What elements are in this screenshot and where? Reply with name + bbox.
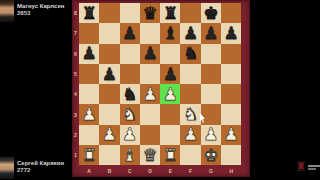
piece-white-rook-e1: ♜ bbox=[160, 145, 180, 165]
piece-white-pawn-c2: ♟ bbox=[120, 125, 140, 145]
file-label-a: A bbox=[79, 166, 99, 175]
square-b4[interactable] bbox=[99, 84, 119, 104]
piece-black-queen-d8: ♛ bbox=[140, 3, 160, 23]
player-black-name: Магнус Карлсен bbox=[17, 3, 64, 9]
piece-black-pawn-e5: ♟ bbox=[160, 64, 180, 84]
square-a1[interactable]: ♜ bbox=[79, 145, 99, 165]
piece-white-king-g1: ♚ bbox=[201, 145, 221, 165]
square-e6[interactable] bbox=[160, 44, 180, 64]
square-e1[interactable]: ♜ bbox=[160, 145, 180, 165]
piece-white-pawn-d4: ♟ bbox=[140, 84, 160, 104]
square-f5[interactable] bbox=[180, 64, 200, 84]
piece-white-knight-c3: ♞ bbox=[120, 104, 140, 124]
square-h3[interactable] bbox=[221, 104, 241, 124]
square-g2[interactable]: ♟ bbox=[201, 125, 221, 145]
piece-white-queen-d1: ♛ bbox=[140, 145, 160, 165]
square-f1[interactable] bbox=[180, 145, 200, 165]
square-a8[interactable]: ♜ bbox=[79, 3, 99, 23]
square-c4[interactable]: ♞ bbox=[120, 84, 140, 104]
piece-white-pawn-a3: ♟ bbox=[79, 104, 99, 124]
square-e4[interactable]: ♟ bbox=[160, 84, 180, 104]
file-label-b: B bbox=[99, 166, 119, 175]
square-e7[interactable]: ♝ bbox=[160, 23, 180, 43]
rank-label-4: 4 bbox=[72, 84, 79, 104]
piece-black-rook-e8: ♜ bbox=[160, 3, 180, 23]
piece-black-rook-a8: ♜ bbox=[79, 3, 99, 23]
logo-rook-icon: ♜ bbox=[295, 160, 307, 174]
square-a4[interactable] bbox=[79, 84, 99, 104]
square-e3[interactable] bbox=[160, 104, 180, 124]
square-h8[interactable] bbox=[221, 3, 241, 23]
file-label-h: H bbox=[221, 166, 241, 175]
square-g1[interactable]: ♚ bbox=[201, 145, 221, 165]
square-d4[interactable]: ♟ bbox=[140, 84, 160, 104]
square-h5[interactable] bbox=[221, 64, 241, 84]
file-label-d: D bbox=[140, 166, 160, 175]
file-label-f: F bbox=[181, 166, 201, 175]
piece-black-bishop-e7: ♝ bbox=[160, 23, 180, 43]
square-b6[interactable] bbox=[99, 44, 119, 64]
square-b5[interactable]: ♟ bbox=[99, 64, 119, 84]
square-b2[interactable]: ♟ bbox=[99, 125, 119, 145]
piece-black-knight-c4: ♞ bbox=[120, 84, 140, 104]
piece-black-pawn-c7: ♟ bbox=[120, 23, 140, 43]
rank-label-1: 1 bbox=[72, 145, 79, 165]
square-a6[interactable]: ♟ bbox=[79, 44, 99, 64]
square-h1[interactable] bbox=[221, 145, 241, 165]
piece-black-pawn-b5: ♟ bbox=[99, 64, 119, 84]
square-g4[interactable] bbox=[201, 84, 221, 104]
square-f4[interactable] bbox=[180, 84, 200, 104]
square-a7[interactable] bbox=[79, 23, 99, 43]
piece-black-pawn-h7: ♟ bbox=[221, 23, 241, 43]
square-c6[interactable] bbox=[120, 44, 140, 64]
square-f7[interactable]: ♟ bbox=[180, 23, 200, 43]
square-b8[interactable] bbox=[99, 3, 119, 23]
square-c7[interactable]: ♟ bbox=[120, 23, 140, 43]
rank-label-7: 7 bbox=[72, 23, 79, 43]
square-b1[interactable] bbox=[99, 145, 119, 165]
player-white-panel: Сергей Карякин 2772 bbox=[0, 157, 64, 179]
square-a5[interactable] bbox=[79, 64, 99, 84]
square-f3[interactable]: ♞ bbox=[180, 104, 200, 124]
piece-white-pawn-e4: ♟ bbox=[160, 84, 180, 104]
piece-white-knight-f3: ♞ bbox=[180, 104, 200, 124]
piece-black-king-g8: ♚ bbox=[201, 3, 221, 23]
rank-label-6: 6 bbox=[72, 44, 79, 64]
square-c8[interactable] bbox=[120, 3, 140, 23]
player-white-rating: 2772 bbox=[17, 167, 64, 173]
square-d5[interactable] bbox=[140, 64, 160, 84]
square-b3[interactable] bbox=[99, 104, 119, 124]
square-h7[interactable]: ♟ bbox=[221, 23, 241, 43]
square-c2[interactable]: ♟ bbox=[120, 125, 140, 145]
piece-white-pawn-h2: ♟ bbox=[221, 125, 241, 145]
square-h4[interactable] bbox=[221, 84, 241, 104]
square-a3[interactable]: ♟ bbox=[79, 104, 99, 124]
player-black-photo bbox=[0, 0, 14, 22]
logo-text bbox=[308, 165, 320, 170]
player-black-rating: 2853 bbox=[17, 10, 64, 16]
square-d6[interactable]: ♟ bbox=[140, 44, 160, 64]
piece-white-pawn-f2: ♟ bbox=[180, 125, 200, 145]
square-g6[interactable] bbox=[201, 44, 221, 64]
video-frame: Магнус Карлсен 2853 Сергей Карякин 2772 … bbox=[0, 0, 320, 180]
square-d3[interactable] bbox=[140, 104, 160, 124]
square-d7[interactable] bbox=[140, 23, 160, 43]
square-g7[interactable]: ♟ bbox=[201, 23, 221, 43]
file-label-c: C bbox=[120, 166, 140, 175]
piece-black-pawn-a6: ♟ bbox=[79, 44, 99, 64]
file-label-e: E bbox=[160, 166, 180, 175]
piece-black-pawn-f7: ♟ bbox=[180, 23, 200, 43]
rank-label-2: 2 bbox=[72, 125, 79, 145]
rank-label-3: 3 bbox=[72, 105, 79, 125]
piece-white-rook-a1: ♜ bbox=[79, 145, 99, 165]
file-label-g: G bbox=[201, 166, 221, 175]
rank-label-5: 5 bbox=[72, 64, 79, 84]
square-g5[interactable] bbox=[201, 64, 221, 84]
square-f2[interactable]: ♟ bbox=[180, 125, 200, 145]
square-f6[interactable]: ♞ bbox=[180, 44, 200, 64]
piece-white-bishop-c1: ♝ bbox=[120, 145, 140, 165]
square-c1[interactable]: ♝ bbox=[120, 145, 140, 165]
square-e2[interactable] bbox=[160, 125, 180, 145]
player-white-photo bbox=[0, 157, 14, 179]
player-white-name: Сергей Карякин bbox=[17, 160, 64, 166]
square-e8[interactable]: ♜ bbox=[160, 3, 180, 23]
piece-black-pawn-g7: ♟ bbox=[201, 23, 221, 43]
square-h2[interactable]: ♟ bbox=[221, 125, 241, 145]
square-c5[interactable] bbox=[120, 64, 140, 84]
square-e5[interactable]: ♟ bbox=[160, 64, 180, 84]
player-black-panel: Магнус Карлсен 2853 bbox=[0, 0, 64, 22]
square-g3[interactable] bbox=[201, 104, 221, 124]
piece-black-pawn-d6: ♟ bbox=[140, 44, 160, 64]
square-f8[interactable] bbox=[180, 3, 200, 23]
channel-logo: ♜ bbox=[295, 160, 320, 174]
chess-board: ♜♛♜♚♟♝♟♟♟♟♟♞♟♟♞♟♟♟♞♞♟♟♟♟♟♜♝♛♜♚ bbox=[79, 3, 241, 165]
piece-white-pawn-g2: ♟ bbox=[201, 125, 221, 145]
square-d1[interactable]: ♛ bbox=[140, 145, 160, 165]
square-d2[interactable] bbox=[140, 125, 160, 145]
square-g8[interactable]: ♚ bbox=[201, 3, 221, 23]
square-d8[interactable]: ♛ bbox=[140, 3, 160, 23]
rank-label-8: 8 bbox=[72, 3, 79, 23]
square-c3[interactable]: ♞ bbox=[120, 104, 140, 124]
piece-white-pawn-b2: ♟ bbox=[99, 125, 119, 145]
piece-black-knight-f6: ♞ bbox=[180, 44, 200, 64]
square-a2[interactable] bbox=[79, 125, 99, 145]
square-h6[interactable] bbox=[221, 44, 241, 64]
square-b7[interactable] bbox=[99, 23, 119, 43]
chess-board-frame: ♜♛♜♚♟♝♟♟♟♟♟♞♟♟♞♟♟♟♞♞♟♟♟♟♟♜♝♛♜♚ 87654321A… bbox=[72, 0, 250, 177]
